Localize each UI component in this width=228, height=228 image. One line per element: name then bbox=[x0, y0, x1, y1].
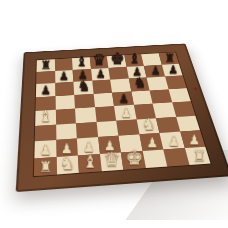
black-knight-f6[interactable]: ♞ bbox=[134, 76, 147, 90]
white-pawn-g2[interactable]: ♟ bbox=[168, 135, 180, 148]
square-e1[interactable]: ♚ bbox=[121, 151, 146, 170]
white-rook-h1[interactable]: ♜ bbox=[193, 149, 206, 164]
square-f6[interactable]: ♞ bbox=[128, 78, 149, 92]
square-g5[interactable] bbox=[149, 89, 171, 104]
square-f3[interactable]: ♞ bbox=[136, 118, 159, 135]
square-d3[interactable] bbox=[96, 120, 118, 137]
square-a1[interactable]: ♜ bbox=[34, 157, 57, 176]
white-queen-d1[interactable]: ♛ bbox=[103, 150, 120, 169]
photo-scene: ♜♝♛♚♝♜♟♟♟♟♟♟♟♞♞♟♝♟♞♟♟♟♟♟♟♟♜♞♝♛♚♜ bbox=[0, 0, 228, 228]
square-g2[interactable]: ♟ bbox=[159, 132, 184, 150]
dgt-indicator-dot bbox=[193, 88, 198, 91]
square-c4[interactable] bbox=[75, 107, 96, 123]
square-b3[interactable] bbox=[56, 123, 77, 140]
black-king-e8[interactable]: ♚ bbox=[110, 50, 125, 66]
square-a2[interactable]: ♟ bbox=[34, 140, 56, 158]
square-d1[interactable]: ♛ bbox=[99, 152, 123, 171]
white-knight-f3[interactable]: ♞ bbox=[142, 117, 156, 133]
square-a4[interactable]: ♝ bbox=[35, 110, 55, 126]
white-rook-a1[interactable]: ♜ bbox=[39, 159, 52, 174]
square-f5[interactable] bbox=[131, 90, 153, 105]
square-d6[interactable] bbox=[92, 80, 112, 94]
black-pawn-e5[interactable]: ♟ bbox=[118, 93, 129, 105]
board-grid: ♜♝♛♚♝♜♟♟♟♟♟♟♟♞♞♟♝♟♞♟♟♟♟♟♟♟♜♞♝♛♚♜ bbox=[33, 52, 212, 177]
square-c3[interactable] bbox=[76, 122, 98, 139]
square-e7[interactable] bbox=[108, 67, 128, 80]
square-a3[interactable] bbox=[35, 124, 56, 141]
square-h7[interactable]: ♟ bbox=[161, 64, 182, 77]
white-bishop-c1[interactable]: ♝ bbox=[82, 154, 97, 171]
black-pawn-a6[interactable]: ♟ bbox=[40, 84, 51, 96]
square-b7[interactable]: ♟ bbox=[55, 70, 74, 83]
square-h6[interactable] bbox=[165, 75, 187, 89]
square-h2[interactable]: ♟ bbox=[180, 130, 205, 147]
square-b6[interactable] bbox=[55, 82, 74, 96]
black-rook-h8[interactable]: ♜ bbox=[165, 52, 176, 64]
square-e6[interactable] bbox=[110, 79, 131, 93]
square-h4[interactable] bbox=[172, 101, 196, 116]
square-c1[interactable]: ♝ bbox=[78, 154, 101, 173]
black-rook-a8[interactable]: ♜ bbox=[40, 59, 51, 71]
chessboard-frame: ♜♝♛♚♝♜♟♟♟♟♟♟♟♞♞♟♝♟♞♟♟♟♟♟♟♟♜♞♝♛♚♜ bbox=[16, 43, 228, 192]
square-d5[interactable] bbox=[93, 92, 114, 107]
square-d7[interactable]: ♟ bbox=[91, 68, 111, 81]
black-queen-d8[interactable]: ♛ bbox=[92, 52, 106, 68]
white-pawn-a2[interactable]: ♟ bbox=[39, 143, 51, 156]
square-h5[interactable] bbox=[168, 88, 191, 102]
square-e8[interactable]: ♚ bbox=[107, 55, 126, 67]
square-c6[interactable]: ♞ bbox=[73, 81, 93, 95]
square-c5[interactable] bbox=[74, 94, 94, 109]
square-e5[interactable]: ♟ bbox=[112, 91, 133, 106]
square-h3[interactable] bbox=[176, 115, 200, 131]
square-b1[interactable]: ♞ bbox=[56, 155, 79, 174]
square-e4[interactable]: ♟ bbox=[114, 105, 136, 121]
white-pawn-h2[interactable]: ♟ bbox=[189, 133, 201, 146]
white-knight-b1[interactable]: ♞ bbox=[60, 156, 75, 173]
square-b4[interactable] bbox=[55, 108, 76, 124]
black-pawn-b7[interactable]: ♟ bbox=[59, 70, 69, 81]
white-king-e1[interactable]: ♚ bbox=[125, 148, 143, 168]
black-bishop-f8[interactable]: ♝ bbox=[129, 52, 141, 66]
square-a6[interactable]: ♟ bbox=[36, 83, 55, 97]
black-pawn-d7[interactable]: ♟ bbox=[96, 68, 106, 79]
black-bishop-c8[interactable]: ♝ bbox=[75, 55, 87, 69]
square-e3[interactable] bbox=[116, 119, 139, 136]
black-pawn-g7[interactable]: ♟ bbox=[150, 65, 160, 76]
black-pawn-h7[interactable]: ♟ bbox=[168, 64, 178, 75]
white-pawn-e4[interactable]: ♟ bbox=[120, 107, 131, 119]
square-d4[interactable] bbox=[95, 106, 117, 122]
square-a7[interactable] bbox=[36, 71, 55, 84]
square-b5[interactable] bbox=[55, 95, 75, 110]
white-pawn-f2[interactable]: ♟ bbox=[147, 136, 159, 149]
square-h1[interactable]: ♜ bbox=[184, 146, 210, 165]
white-bishop-a4[interactable]: ♝ bbox=[38, 109, 52, 125]
black-knight-c6[interactable]: ♞ bbox=[77, 79, 90, 94]
square-f1[interactable] bbox=[142, 149, 167, 168]
